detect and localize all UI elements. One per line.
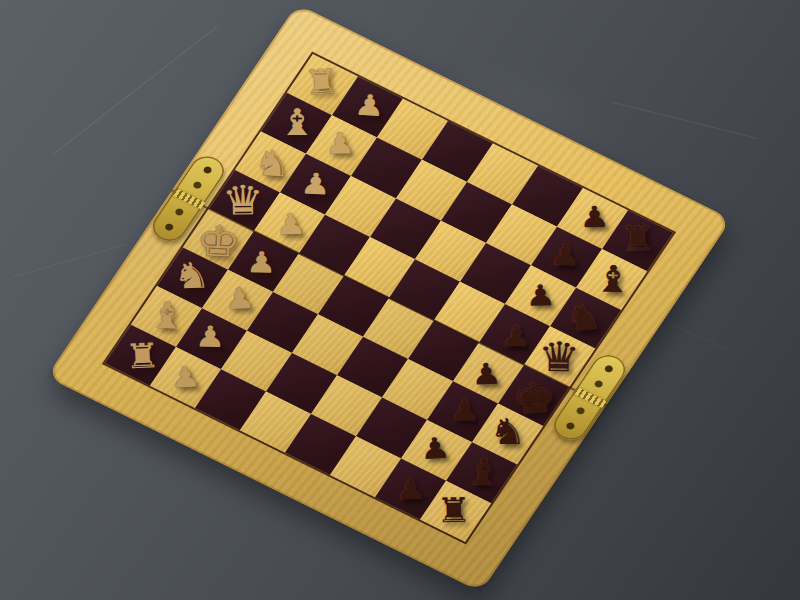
white-rook[interactable]: ♜ <box>294 58 349 106</box>
black-rook[interactable]: ♜ <box>427 488 480 533</box>
black-rook[interactable]: ♜ <box>611 216 665 262</box>
white-pawn[interactable]: ♟ <box>184 314 237 359</box>
board-rotation-frame: ♜♟♟♜♝♟♟♝♞♟♟♞♛♟♟♛♚♟♟♚♞♟♟♞♝♟♟♝♜♟♟♜ <box>46 4 731 592</box>
white-pawn[interactable]: ♟ <box>314 121 367 166</box>
board-wood: ♜♟♟♜♝♟♟♝♞♟♟♞♛♟♟♛♚♟♟♚♞♟♟♞♝♟♟♝♜♟♟♜ <box>46 4 731 592</box>
scratch-mark <box>12 243 128 277</box>
scratch-mark <box>52 25 218 155</box>
scratch-mark <box>612 102 758 139</box>
white-knight[interactable]: ♞ <box>165 252 219 298</box>
black-knight[interactable]: ♞ <box>482 410 534 455</box>
table-surface: ♜♟♟♜♝♟♟♝♞♟♟♞♛♟♟♛♚♟♟♚♞♟♟♞♝♟♟♝♜♟♟♜ <box>0 0 800 600</box>
